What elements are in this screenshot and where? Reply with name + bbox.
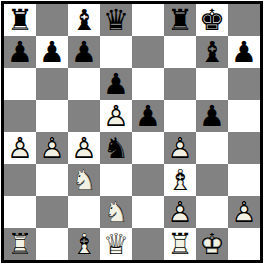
square-f4[interactable]: ♟♙ — [164, 132, 196, 164]
chess-board-frame: ♜♝♛♜♚♟♟♟♝♟♟♟♙♟♟♟♙♟♙♟♙♞♟♙♞♘♝♗♞♘♟♙♟♙♜♖♝♗♛♕… — [1, 1, 263, 263]
black-piece-glyph: ♟ — [68, 36, 100, 68]
white-piece-outline-glyph: ♘ — [68, 164, 100, 196]
square-f6[interactable] — [164, 68, 196, 100]
piece-black-pawn[interactable]: ♟ — [196, 100, 228, 132]
square-h2[interactable]: ♟♙ — [228, 196, 260, 228]
white-piece-outline-glyph: ♙ — [164, 196, 196, 228]
square-e5[interactable]: ♟ — [132, 100, 164, 132]
square-c2[interactable] — [68, 196, 100, 228]
square-b6[interactable] — [36, 68, 68, 100]
square-b2[interactable] — [36, 196, 68, 228]
piece-white-bishop[interactable]: ♝♗ — [68, 228, 100, 260]
black-piece-glyph: ♝ — [196, 36, 228, 68]
square-d8[interactable]: ♛ — [100, 4, 132, 36]
white-piece-outline-glyph: ♕ — [100, 228, 132, 260]
square-c5[interactable] — [68, 100, 100, 132]
chess-board: ♜♝♛♜♚♟♟♟♝♟♟♟♙♟♟♟♙♟♙♟♙♞♟♙♞♘♝♗♞♘♟♙♟♙♜♖♝♗♛♕… — [4, 4, 260, 260]
piece-white-knight[interactable]: ♞♘ — [68, 164, 100, 196]
black-piece-glyph: ♝ — [68, 4, 100, 36]
square-a6[interactable] — [4, 68, 36, 100]
piece-white-rook[interactable]: ♜♖ — [164, 228, 196, 260]
piece-white-pawn[interactable]: ♟♙ — [100, 100, 132, 132]
square-g7[interactable]: ♝ — [196, 36, 228, 68]
white-piece-outline-glyph: ♙ — [68, 132, 100, 164]
white-piece-outline-glyph: ♗ — [68, 228, 100, 260]
white-piece-outline-glyph: ♙ — [4, 132, 36, 164]
black-piece-glyph: ♜ — [4, 4, 36, 36]
square-c8[interactable]: ♝ — [68, 4, 100, 36]
square-c3[interactable]: ♞♘ — [68, 164, 100, 196]
piece-white-king[interactable]: ♚♔ — [196, 228, 228, 260]
square-b8[interactable] — [36, 4, 68, 36]
square-d7[interactable] — [100, 36, 132, 68]
piece-black-pawn[interactable]: ♟ — [68, 36, 100, 68]
square-f2[interactable]: ♟♙ — [164, 196, 196, 228]
piece-white-pawn[interactable]: ♟♙ — [36, 132, 68, 164]
square-a4[interactable]: ♟♙ — [4, 132, 36, 164]
piece-black-bishop[interactable]: ♝ — [68, 4, 100, 36]
square-b7[interactable]: ♟ — [36, 36, 68, 68]
black-piece-glyph: ♛ — [100, 4, 132, 36]
piece-black-rook[interactable]: ♜ — [4, 4, 36, 36]
black-piece-glyph: ♚ — [196, 4, 228, 36]
black-piece-glyph: ♟ — [132, 100, 164, 132]
piece-black-king[interactable]: ♚ — [196, 4, 228, 36]
square-h5[interactable] — [228, 100, 260, 132]
piece-white-rook[interactable]: ♜♖ — [4, 228, 36, 260]
square-c4[interactable]: ♟♙ — [68, 132, 100, 164]
square-h1[interactable] — [228, 228, 260, 260]
square-g3[interactable] — [196, 164, 228, 196]
piece-black-pawn[interactable]: ♟ — [228, 36, 260, 68]
square-g2[interactable] — [196, 196, 228, 228]
square-b1[interactable] — [36, 228, 68, 260]
square-d6[interactable]: ♟ — [100, 68, 132, 100]
black-piece-glyph: ♞ — [100, 132, 132, 164]
piece-black-pawn[interactable]: ♟ — [36, 36, 68, 68]
piece-white-pawn[interactable]: ♟♙ — [164, 196, 196, 228]
square-e6[interactable] — [132, 68, 164, 100]
square-b4[interactable]: ♟♙ — [36, 132, 68, 164]
white-piece-outline-glyph: ♙ — [36, 132, 68, 164]
piece-black-pawn[interactable]: ♟ — [132, 100, 164, 132]
piece-black-bishop[interactable]: ♝ — [196, 36, 228, 68]
white-piece-outline-glyph: ♙ — [100, 100, 132, 132]
square-a7[interactable]: ♟ — [4, 36, 36, 68]
square-d2[interactable]: ♞♘ — [100, 196, 132, 228]
white-piece-outline-glyph: ♘ — [100, 196, 132, 228]
piece-white-pawn[interactable]: ♟♙ — [4, 132, 36, 164]
piece-white-bishop[interactable]: ♝♗ — [164, 164, 196, 196]
black-piece-glyph: ♟ — [36, 36, 68, 68]
square-g1[interactable]: ♚♔ — [196, 228, 228, 260]
white-piece-outline-glyph: ♙ — [164, 132, 196, 164]
square-f7[interactable] — [164, 36, 196, 68]
piece-white-knight[interactable]: ♞♘ — [100, 196, 132, 228]
piece-black-knight[interactable]: ♞ — [100, 132, 132, 164]
white-piece-outline-glyph: ♙ — [228, 196, 260, 228]
square-c1[interactable]: ♝♗ — [68, 228, 100, 260]
black-piece-glyph: ♟ — [228, 36, 260, 68]
square-g6[interactable] — [196, 68, 228, 100]
black-piece-glyph: ♜ — [164, 4, 196, 36]
square-d1[interactable]: ♛♕ — [100, 228, 132, 260]
piece-white-queen[interactable]: ♛♕ — [100, 228, 132, 260]
square-d5[interactable]: ♟♙ — [100, 100, 132, 132]
square-a2[interactable] — [4, 196, 36, 228]
square-f3[interactable]: ♝♗ — [164, 164, 196, 196]
white-piece-outline-glyph: ♗ — [164, 164, 196, 196]
square-h8[interactable] — [228, 4, 260, 36]
square-e8[interactable] — [132, 4, 164, 36]
square-e4[interactable] — [132, 132, 164, 164]
square-e2[interactable] — [132, 196, 164, 228]
white-piece-outline-glyph: ♖ — [4, 228, 36, 260]
square-c6[interactable] — [68, 68, 100, 100]
square-g8[interactable]: ♚ — [196, 4, 228, 36]
piece-black-rook[interactable]: ♜ — [164, 4, 196, 36]
square-f1[interactable]: ♜♖ — [164, 228, 196, 260]
square-a5[interactable] — [4, 100, 36, 132]
piece-black-queen[interactable]: ♛ — [100, 4, 132, 36]
square-h6[interactable] — [228, 68, 260, 100]
piece-white-pawn[interactable]: ♟♙ — [164, 132, 196, 164]
white-piece-outline-glyph: ♖ — [164, 228, 196, 260]
square-g4[interactable] — [196, 132, 228, 164]
square-a8[interactable]: ♜ — [4, 4, 36, 36]
square-e7[interactable] — [132, 36, 164, 68]
square-f8[interactable]: ♜ — [164, 4, 196, 36]
piece-black-pawn[interactable]: ♟ — [100, 68, 132, 100]
white-piece-outline-glyph: ♔ — [196, 228, 228, 260]
square-d3[interactable] — [100, 164, 132, 196]
square-a1[interactable]: ♜♖ — [4, 228, 36, 260]
square-c7[interactable]: ♟ — [68, 36, 100, 68]
black-piece-glyph: ♟ — [4, 36, 36, 68]
square-h3[interactable] — [228, 164, 260, 196]
square-e1[interactable] — [132, 228, 164, 260]
square-d4[interactable]: ♞ — [100, 132, 132, 164]
piece-white-pawn[interactable]: ♟♙ — [228, 196, 260, 228]
square-a3[interactable] — [4, 164, 36, 196]
black-piece-glyph: ♟ — [100, 68, 132, 100]
square-f5[interactable] — [164, 100, 196, 132]
square-g5[interactable]: ♟ — [196, 100, 228, 132]
square-e3[interactable] — [132, 164, 164, 196]
piece-black-pawn[interactable]: ♟ — [4, 36, 36, 68]
black-piece-glyph: ♟ — [196, 100, 228, 132]
piece-white-pawn[interactable]: ♟♙ — [68, 132, 100, 164]
square-h7[interactable]: ♟ — [228, 36, 260, 68]
square-h4[interactable] — [228, 132, 260, 164]
square-b3[interactable] — [36, 164, 68, 196]
square-b5[interactable] — [36, 100, 68, 132]
